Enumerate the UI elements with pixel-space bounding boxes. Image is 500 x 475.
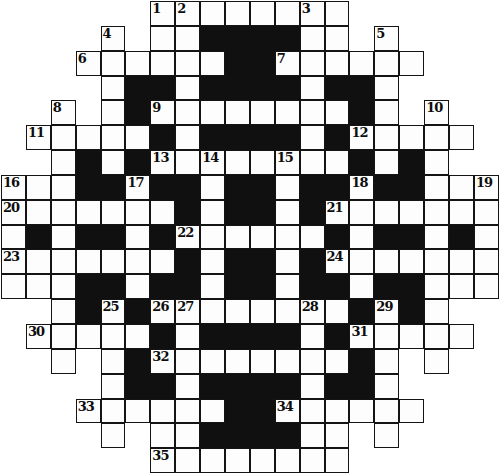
cell-18-7[interactable]: [175, 448, 200, 473]
cell-11-5[interactable]: [125, 274, 150, 299]
cell-9-5[interactable]: [125, 225, 150, 250]
cell-17-15[interactable]: [374, 423, 399, 448]
cell-6-14: [349, 150, 374, 175]
cell-18-17: [424, 448, 449, 473]
cell-4-15[interactable]: [374, 100, 399, 125]
cell-8-8[interactable]: [200, 200, 225, 225]
cell-7-7: [175, 175, 200, 200]
cell-1-19: [474, 26, 499, 51]
cell-15-4[interactable]: [101, 374, 126, 399]
cell-11-1[interactable]: [26, 274, 51, 299]
cell-16-13[interactable]: [325, 399, 350, 424]
clue-number-21: 21: [327, 200, 343, 215]
cell-13-1[interactable]: 30: [26, 324, 51, 349]
clue-number-35: 35: [152, 448, 168, 463]
clue-number-5: 5: [376, 26, 384, 41]
cell-9-17[interactable]: [424, 225, 449, 250]
cell-0-15: [374, 1, 399, 26]
cell-16-16[interactable]: [399, 399, 424, 424]
cell-13-17[interactable]: [424, 324, 449, 349]
cell-3-15[interactable]: [374, 76, 399, 101]
cell-14-0: [1, 349, 26, 374]
cell-13-16[interactable]: [399, 324, 424, 349]
cell-2-13[interactable]: [325, 51, 350, 76]
cell-2-15[interactable]: [374, 51, 399, 76]
cell-10-7: [175, 249, 200, 274]
cell-0-11[interactable]: [275, 1, 300, 26]
cell-2-18: [449, 51, 474, 76]
cell-14-2[interactable]: [51, 349, 76, 374]
cell-7-10: [250, 175, 275, 200]
cell-8-13[interactable]: 21: [325, 200, 350, 225]
cell-17-10: [250, 423, 275, 448]
cell-10-14[interactable]: [349, 249, 374, 274]
cell-9-2[interactable]: [51, 225, 76, 250]
cell-9-12[interactable]: [300, 225, 325, 250]
cell-10-0[interactable]: 23: [1, 249, 26, 274]
cell-12-9[interactable]: [225, 299, 250, 324]
cell-8-0[interactable]: 20: [1, 200, 26, 225]
cell-1-7[interactable]: [175, 26, 200, 51]
cell-12-5: [125, 299, 150, 324]
clue-number-29: 29: [376, 299, 392, 314]
cell-8-14[interactable]: [349, 200, 374, 225]
cell-5-12[interactable]: [300, 125, 325, 150]
cell-13-5[interactable]: [125, 324, 150, 349]
cell-5-18[interactable]: [449, 125, 474, 150]
cell-17-11: [275, 423, 300, 448]
cell-0-12[interactable]: 3: [300, 1, 325, 26]
cell-16-1: [26, 399, 51, 424]
cell-11-12: [300, 274, 325, 299]
cell-0-13[interactable]: [325, 1, 350, 26]
cell-0-9[interactable]: [225, 1, 250, 26]
cell-13-0: [1, 324, 26, 349]
cell-8-7: [175, 200, 200, 225]
clue-number-4: 4: [103, 26, 111, 41]
cell-14-17[interactable]: [424, 349, 449, 374]
cell-7-0[interactable]: 16: [1, 175, 26, 200]
cell-3-3: [76, 76, 101, 101]
cell-4-8[interactable]: [200, 100, 225, 125]
cell-14-6[interactable]: 32: [150, 349, 175, 374]
cell-9-11[interactable]: [275, 225, 300, 250]
cell-9-8[interactable]: [200, 225, 225, 250]
cell-14-9[interactable]: [225, 349, 250, 374]
cell-8-4[interactable]: [101, 200, 126, 225]
cell-12-11[interactable]: [275, 299, 300, 324]
cell-9-9[interactable]: [225, 225, 250, 250]
cell-2-14[interactable]: [349, 51, 374, 76]
cell-7-11[interactable]: [275, 175, 300, 200]
cell-4-7[interactable]: [175, 100, 200, 125]
cell-9-14[interactable]: [349, 225, 374, 250]
cell-1-15[interactable]: 5: [374, 26, 399, 51]
cell-6-9[interactable]: [225, 150, 250, 175]
cell-7-8[interactable]: [200, 175, 225, 200]
cell-11-0[interactable]: [1, 274, 26, 299]
cell-14-19: [474, 349, 499, 374]
cell-1-12[interactable]: [300, 26, 325, 51]
clue-number-8: 8: [53, 100, 61, 115]
cell-18-12[interactable]: [300, 448, 325, 473]
cell-13-15[interactable]: [374, 324, 399, 349]
cell-16-0: [1, 399, 26, 424]
cell-6-17[interactable]: [424, 150, 449, 175]
cell-8-19[interactable]: [474, 200, 499, 225]
cell-1-4[interactable]: 4: [101, 26, 126, 51]
cell-14-7[interactable]: [175, 349, 200, 374]
cell-11-13: [325, 274, 350, 299]
cell-0-7[interactable]: 2: [175, 1, 200, 26]
cell-4-6[interactable]: 9: [150, 100, 175, 125]
cell-16-7[interactable]: [175, 399, 200, 424]
cell-7-14[interactable]: 18: [349, 175, 374, 200]
cell-4-9[interactable]: [225, 100, 250, 125]
clue-number-2: 2: [177, 1, 185, 16]
cell-1-3: [76, 26, 101, 51]
cell-9-15: [374, 225, 399, 250]
cell-8-17[interactable]: [424, 200, 449, 225]
cell-10-15[interactable]: [374, 249, 399, 274]
clue-number-26: 26: [152, 299, 168, 314]
cell-2-8[interactable]: [200, 51, 225, 76]
cell-13-3[interactable]: [76, 324, 101, 349]
cell-14-1: [26, 349, 51, 374]
clue-number-12: 12: [351, 125, 367, 140]
cell-5-8: [200, 125, 225, 150]
cell-12-17[interactable]: [424, 299, 449, 324]
cell-18-9[interactable]: [225, 448, 250, 473]
cell-14-12[interactable]: [300, 349, 325, 374]
cell-14-3: [76, 349, 101, 374]
cell-10-18[interactable]: [449, 249, 474, 274]
cell-4-17[interactable]: 10: [424, 100, 449, 125]
cell-14-11[interactable]: [275, 349, 300, 374]
cell-16-3[interactable]: 33: [76, 399, 101, 424]
cell-15-13: [325, 374, 350, 399]
cell-7-18[interactable]: [449, 175, 474, 200]
cell-10-17[interactable]: [424, 249, 449, 274]
cell-11-11[interactable]: [275, 274, 300, 299]
cell-10-11[interactable]: [275, 249, 300, 274]
cell-15-15[interactable]: [374, 374, 399, 399]
cell-10-5[interactable]: [125, 249, 150, 274]
cell-15-8: [200, 374, 225, 399]
cell-16-15[interactable]: [374, 399, 399, 424]
cell-11-10: [250, 274, 275, 299]
cell-13-14[interactable]: 31: [349, 324, 374, 349]
cell-6-13[interactable]: [325, 150, 350, 175]
cell-15-18: [449, 374, 474, 399]
cell-0-6[interactable]: 1: [150, 1, 175, 26]
cell-16-6[interactable]: [150, 399, 175, 424]
cell-1-6[interactable]: [150, 26, 175, 51]
cell-1-11: [275, 26, 300, 51]
cell-14-15[interactable]: [374, 349, 399, 374]
cell-12-7[interactable]: 27: [175, 299, 200, 324]
cell-6-6[interactable]: 13: [150, 150, 175, 175]
cell-6-11[interactable]: 15: [275, 150, 300, 175]
cell-1-9: [225, 26, 250, 51]
cell-14-14: [349, 349, 374, 374]
cell-11-14[interactable]: [349, 274, 374, 299]
cell-0-10[interactable]: [250, 1, 275, 26]
cell-18-6[interactable]: 35: [150, 448, 175, 473]
cell-17-7[interactable]: [175, 423, 200, 448]
cell-10-16[interactable]: [399, 249, 424, 274]
cell-2-12[interactable]: [300, 51, 325, 76]
cell-3-8: [200, 76, 225, 101]
cell-2-11[interactable]: 7: [275, 51, 300, 76]
cell-10-12: [300, 249, 325, 274]
cell-3-2: [51, 76, 76, 101]
cell-14-8[interactable]: [200, 349, 225, 374]
cell-11-18[interactable]: [449, 274, 474, 299]
cell-4-10[interactable]: [250, 100, 275, 125]
cell-5-17[interactable]: [424, 125, 449, 150]
cell-18-13[interactable]: [325, 448, 350, 473]
cell-9-7[interactable]: 22: [175, 225, 200, 250]
cell-13-9: [225, 324, 250, 349]
cell-14-13[interactable]: [325, 349, 350, 374]
cell-3-17: [424, 76, 449, 101]
clue-number-9: 9: [152, 100, 160, 115]
cell-12-13[interactable]: [325, 299, 350, 324]
cell-16-5[interactable]: [125, 399, 150, 424]
cell-12-2[interactable]: [51, 299, 76, 324]
cell-13-2[interactable]: [51, 324, 76, 349]
cell-6-8[interactable]: 14: [200, 150, 225, 175]
cell-8-18[interactable]: [449, 200, 474, 225]
cell-12-19: [474, 299, 499, 324]
cell-16-8[interactable]: [200, 399, 225, 424]
cell-8-3[interactable]: [76, 200, 101, 225]
cell-7-2[interactable]: [51, 175, 76, 200]
cell-9-16: [399, 225, 424, 250]
cell-18-11[interactable]: [275, 448, 300, 473]
cell-6-2[interactable]: [51, 150, 76, 175]
cell-10-4[interactable]: [101, 249, 126, 274]
cell-9-10[interactable]: [250, 225, 275, 250]
clue-number-15: 15: [277, 150, 293, 165]
cell-8-16[interactable]: [399, 200, 424, 225]
cell-6-4[interactable]: [101, 150, 126, 175]
cell-4-0: [1, 100, 26, 125]
cell-17-12[interactable]: [300, 423, 325, 448]
cell-11-17[interactable]: [424, 274, 449, 299]
cell-16-12[interactable]: [300, 399, 325, 424]
cell-2-6[interactable]: [150, 51, 175, 76]
cell-8-11[interactable]: [275, 200, 300, 225]
cell-1-16: [399, 26, 424, 51]
cell-1-5: [125, 26, 150, 51]
cell-5-1[interactable]: 11: [26, 125, 51, 150]
cell-5-13: [325, 125, 350, 150]
cell-7-17[interactable]: [424, 175, 449, 200]
cell-5-3[interactable]: [76, 125, 101, 150]
cell-13-11: [275, 324, 300, 349]
cell-15-3: [76, 374, 101, 399]
cell-2-3[interactable]: 6: [76, 51, 101, 76]
clue-number-13: 13: [152, 150, 168, 165]
cell-6-7[interactable]: [175, 150, 200, 175]
cell-10-1[interactable]: [26, 249, 51, 274]
cell-11-19[interactable]: [474, 274, 499, 299]
cell-18-8[interactable]: [200, 448, 225, 473]
cell-17-6[interactable]: [150, 423, 175, 448]
cell-8-2[interactable]: [51, 200, 76, 225]
cell-2-5[interactable]: [125, 51, 150, 76]
cell-14-18: [449, 349, 474, 374]
cell-16-10: [250, 399, 275, 424]
cell-12-14: [349, 299, 374, 324]
cell-13-12[interactable]: [300, 324, 325, 349]
cell-11-2[interactable]: [51, 274, 76, 299]
cell-5-2[interactable]: [51, 125, 76, 150]
cell-4-2[interactable]: 8: [51, 100, 76, 125]
cell-7-19[interactable]: 19: [474, 175, 499, 200]
cell-15-1: [26, 374, 51, 399]
cell-9-19[interactable]: [474, 225, 499, 250]
cell-10-2[interactable]: [51, 249, 76, 274]
cell-3-13: [325, 76, 350, 101]
clue-number-16: 16: [3, 175, 19, 190]
cell-11-8[interactable]: [200, 274, 225, 299]
cell-8-12: [300, 200, 325, 225]
cell-10-3[interactable]: [76, 249, 101, 274]
cell-18-3: [76, 448, 101, 473]
clue-number-27: 27: [177, 299, 193, 314]
cell-3-7[interactable]: [175, 76, 200, 101]
cell-4-4[interactable]: [101, 100, 126, 125]
cell-15-9: [225, 374, 250, 399]
cell-16-14[interactable]: [349, 399, 374, 424]
cell-1-1: [26, 26, 51, 51]
cell-5-16[interactable]: [399, 125, 424, 150]
cell-3-6: [150, 76, 175, 101]
cell-12-16: [399, 299, 424, 324]
cell-13-4[interactable]: [101, 324, 126, 349]
cell-0-16: [399, 1, 424, 26]
cell-1-2: [51, 26, 76, 51]
cell-4-18: [449, 100, 474, 125]
cell-8-5[interactable]: [125, 200, 150, 225]
cell-5-10: [250, 125, 275, 150]
cell-6-12[interactable]: [300, 150, 325, 175]
cell-5-4[interactable]: [101, 125, 126, 150]
cell-5-5[interactable]: [125, 125, 150, 150]
cell-8-6[interactable]: [150, 200, 175, 225]
cell-6-10[interactable]: [250, 150, 275, 175]
clue-number-22: 22: [177, 225, 193, 240]
cell-3-4[interactable]: [101, 76, 126, 101]
cell-0-18: [449, 1, 474, 26]
cell-8-1[interactable]: [26, 200, 51, 225]
cell-17-16: [399, 423, 424, 448]
cell-4-13[interactable]: [325, 100, 350, 125]
cell-9-0[interactable]: [1, 225, 26, 250]
cell-12-1: [26, 299, 51, 324]
cell-17-4[interactable]: [101, 423, 126, 448]
cell-6-19: [474, 150, 499, 175]
clue-number-17: 17: [127, 175, 143, 190]
cell-18-10[interactable]: [250, 448, 275, 473]
cell-18-2: [51, 448, 76, 473]
cell-13-18[interactable]: [449, 324, 474, 349]
crossword-board: 1234567891011121314151617181920212223242…: [1, 1, 500, 473]
cell-6-15[interactable]: [374, 150, 399, 175]
cell-3-18: [449, 76, 474, 101]
cell-16-17: [424, 399, 449, 424]
cell-0-8[interactable]: [200, 1, 225, 26]
cell-2-4[interactable]: [101, 51, 126, 76]
cell-16-11[interactable]: 34: [275, 399, 300, 424]
cell-12-10[interactable]: [250, 299, 275, 324]
cell-4-12[interactable]: [300, 100, 325, 125]
cell-5-7[interactable]: [175, 125, 200, 150]
cell-2-7[interactable]: [175, 51, 200, 76]
cell-2-2: [51, 51, 76, 76]
cell-14-4[interactable]: [101, 349, 126, 374]
cell-16-4[interactable]: [101, 399, 126, 424]
cell-17-17: [424, 423, 449, 448]
cell-3-10: [250, 76, 275, 101]
cell-0-19: [474, 1, 499, 26]
cell-15-19: [474, 374, 499, 399]
cell-10-19[interactable]: [474, 249, 499, 274]
cell-7-4: [101, 175, 126, 200]
cell-17-9: [225, 423, 250, 448]
cell-12-8[interactable]: [200, 299, 225, 324]
cell-14-10[interactable]: [250, 349, 275, 374]
cell-5-14[interactable]: 12: [349, 125, 374, 150]
cell-12-4[interactable]: 25: [101, 299, 126, 324]
cell-3-12[interactable]: [300, 76, 325, 101]
cell-15-17: [424, 374, 449, 399]
cell-12-18: [449, 299, 474, 324]
cell-1-13[interactable]: [325, 26, 350, 51]
cell-4-16: [399, 100, 424, 125]
cell-6-5: [125, 150, 150, 175]
cell-11-16: [399, 274, 424, 299]
cell-10-9: [225, 249, 250, 274]
cell-13-7[interactable]: [175, 324, 200, 349]
cell-10-6[interactable]: [150, 249, 175, 274]
cell-5-15[interactable]: [374, 125, 399, 150]
cell-7-1[interactable]: [26, 175, 51, 200]
cell-4-11[interactable]: [275, 100, 300, 125]
clue-number-11: 11: [28, 125, 44, 140]
cell-2-16[interactable]: [399, 51, 424, 76]
cell-7-5[interactable]: 17: [125, 175, 150, 200]
cell-6-18: [449, 150, 474, 175]
cell-12-12[interactable]: 28: [300, 299, 325, 324]
cell-8-15[interactable]: [374, 200, 399, 225]
cell-0-1: [26, 1, 51, 26]
cell-1-18: [449, 26, 474, 51]
cell-16-9: [225, 399, 250, 424]
cell-10-8[interactable]: [200, 249, 225, 274]
cell-15-7[interactable]: [175, 374, 200, 399]
cell-12-15[interactable]: 29: [374, 299, 399, 324]
cell-12-6[interactable]: 26: [150, 299, 175, 324]
cell-14-5: [125, 349, 150, 374]
cell-7-13: [325, 175, 350, 200]
cell-17-13[interactable]: [325, 423, 350, 448]
cell-10-13[interactable]: 24: [325, 249, 350, 274]
cell-15-12[interactable]: [300, 374, 325, 399]
